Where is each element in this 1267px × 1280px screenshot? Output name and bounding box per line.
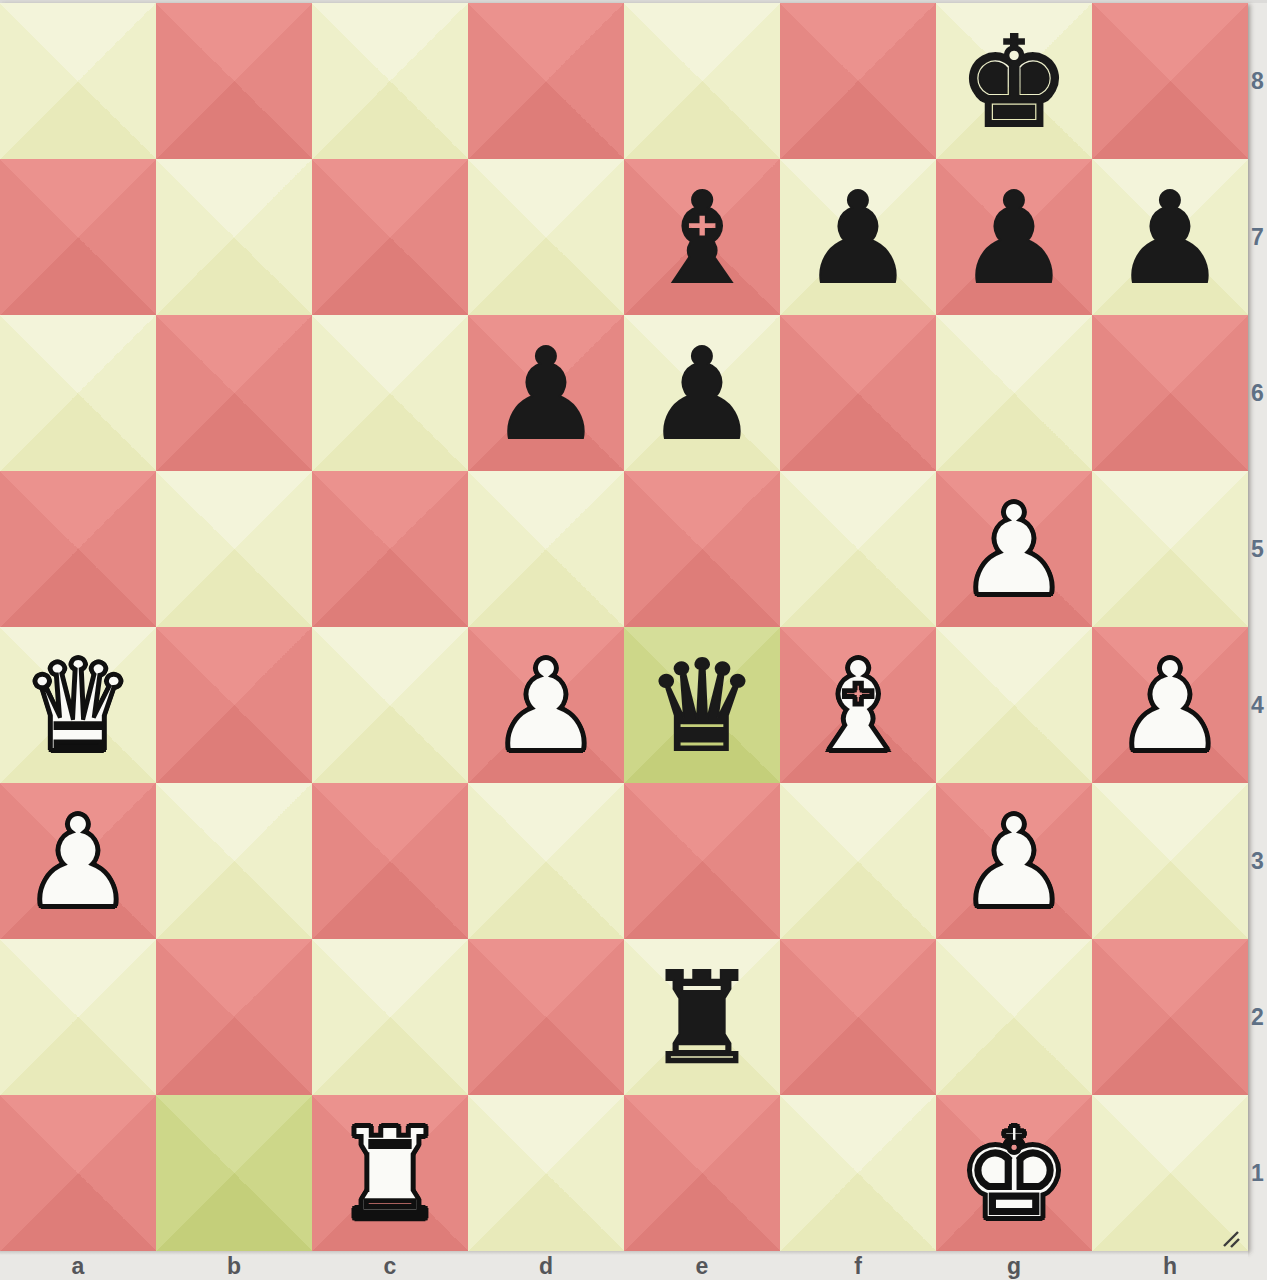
- square-g4[interactable]: [936, 627, 1092, 783]
- file-label-c: c: [312, 1251, 468, 1280]
- rank-label-2: 2: [1248, 939, 1267, 1095]
- square-h5[interactable]: [1092, 471, 1248, 627]
- square-f7[interactable]: ♟: [780, 159, 936, 315]
- square-a4[interactable]: ♛: [0, 627, 156, 783]
- square-e5[interactable]: [624, 471, 780, 627]
- file-coordinates: abcdefgh: [0, 1251, 1248, 1280]
- piece-white-pawn[interactable]: ♟: [958, 800, 1071, 926]
- square-d6[interactable]: ♟: [468, 315, 624, 471]
- square-h6[interactable]: [1092, 315, 1248, 471]
- square-e6[interactable]: ♟: [624, 315, 780, 471]
- file-label-d: d: [468, 1251, 624, 1280]
- square-g5[interactable]: ♟: [936, 471, 1092, 627]
- rank-coordinates: 87654321: [1248, 3, 1267, 1251]
- square-f5[interactable]: [780, 471, 936, 627]
- square-a2[interactable]: [0, 939, 156, 1095]
- square-g1[interactable]: ♚: [936, 1095, 1092, 1251]
- square-e2[interactable]: ♜: [624, 939, 780, 1095]
- square-e3[interactable]: [624, 783, 780, 939]
- square-e8[interactable]: [624, 3, 780, 159]
- square-a8[interactable]: [0, 3, 156, 159]
- square-d4[interactable]: ♟: [468, 627, 624, 783]
- square-f3[interactable]: [780, 783, 936, 939]
- rank-label-8: 8: [1248, 3, 1267, 159]
- piece-white-rook[interactable]: ♜: [334, 1112, 447, 1238]
- square-b8[interactable]: [156, 3, 312, 159]
- chess-board: ♚♝♟♟♟♟♟♟♛♟♛♝♟♟♟♜♜♚: [0, 3, 1248, 1251]
- square-d1[interactable]: [468, 1095, 624, 1251]
- piece-white-pawn[interactable]: ♟: [490, 644, 603, 770]
- square-d2[interactable]: [468, 939, 624, 1095]
- square-a7[interactable]: [0, 159, 156, 315]
- rank-label-6: 6: [1248, 315, 1267, 471]
- square-c7[interactable]: [312, 159, 468, 315]
- square-b3[interactable]: [156, 783, 312, 939]
- square-f6[interactable]: [780, 315, 936, 471]
- square-d3[interactable]: [468, 783, 624, 939]
- piece-white-pawn[interactable]: ♟: [958, 488, 1071, 614]
- piece-black-queen[interactable]: ♛: [646, 644, 759, 770]
- file-label-b: b: [156, 1251, 312, 1280]
- square-c3[interactable]: [312, 783, 468, 939]
- piece-white-king[interactable]: ♚: [958, 1112, 1071, 1238]
- piece-black-pawn[interactable]: ♟: [646, 332, 759, 458]
- square-h2[interactable]: [1092, 939, 1248, 1095]
- file-label-g: g: [936, 1251, 1092, 1280]
- square-a5[interactable]: [0, 471, 156, 627]
- rank-label-4: 4: [1248, 627, 1267, 783]
- square-b1[interactable]: [156, 1095, 312, 1251]
- square-f1[interactable]: [780, 1095, 936, 1251]
- square-a3[interactable]: ♟: [0, 783, 156, 939]
- square-g7[interactable]: ♟: [936, 159, 1092, 315]
- square-c5[interactable]: [312, 471, 468, 627]
- square-e1[interactable]: [624, 1095, 780, 1251]
- rank-label-1: 1: [1248, 1095, 1267, 1251]
- square-g3[interactable]: ♟: [936, 783, 1092, 939]
- square-a1[interactable]: [0, 1095, 156, 1251]
- piece-black-pawn[interactable]: ♟: [958, 176, 1071, 302]
- square-c4[interactable]: [312, 627, 468, 783]
- piece-white-bishop[interactable]: ♝: [802, 644, 915, 770]
- square-g6[interactable]: [936, 315, 1092, 471]
- piece-white-pawn[interactable]: ♟: [22, 800, 135, 926]
- square-f2[interactable]: [780, 939, 936, 1095]
- square-e4[interactable]: ♛: [624, 627, 780, 783]
- square-d5[interactable]: [468, 471, 624, 627]
- square-h8[interactable]: [1092, 3, 1248, 159]
- square-b2[interactable]: [156, 939, 312, 1095]
- square-f4[interactable]: ♝: [780, 627, 936, 783]
- square-d7[interactable]: [468, 159, 624, 315]
- square-b4[interactable]: [156, 627, 312, 783]
- piece-black-king[interactable]: ♚: [958, 20, 1071, 146]
- square-a6[interactable]: [0, 315, 156, 471]
- square-h4[interactable]: ♟: [1092, 627, 1248, 783]
- piece-black-bishop[interactable]: ♝: [646, 176, 759, 302]
- piece-black-pawn[interactable]: ♟: [802, 176, 915, 302]
- square-b6[interactable]: [156, 315, 312, 471]
- file-label-a: a: [0, 1251, 156, 1280]
- file-label-f: f: [780, 1251, 936, 1280]
- piece-black-pawn[interactable]: ♟: [490, 332, 603, 458]
- square-g8[interactable]: ♚: [936, 3, 1092, 159]
- square-c8[interactable]: [312, 3, 468, 159]
- square-b5[interactable]: [156, 471, 312, 627]
- chess-app: ♚♝♟♟♟♟♟♟♛♟♛♝♟♟♟♜♜♚ 87654321 abcdefgh: [0, 0, 1267, 1280]
- piece-black-rook[interactable]: ♜: [646, 956, 759, 1082]
- square-f8[interactable]: [780, 3, 936, 159]
- square-h3[interactable]: [1092, 783, 1248, 939]
- rank-label-3: 3: [1248, 783, 1267, 939]
- file-label-e: e: [624, 1251, 780, 1280]
- piece-black-pawn[interactable]: ♟: [1114, 176, 1227, 302]
- square-h7[interactable]: ♟: [1092, 159, 1248, 315]
- square-h1[interactable]: [1092, 1095, 1248, 1251]
- resize-grip-icon[interactable]: [1221, 1229, 1245, 1249]
- square-b7[interactable]: [156, 159, 312, 315]
- rank-label-5: 5: [1248, 471, 1267, 627]
- square-e7[interactable]: ♝: [624, 159, 780, 315]
- square-c1[interactable]: ♜: [312, 1095, 468, 1251]
- piece-white-pawn[interactable]: ♟: [1114, 644, 1227, 770]
- square-d8[interactable]: [468, 3, 624, 159]
- square-c6[interactable]: [312, 315, 468, 471]
- rank-label-7: 7: [1248, 159, 1267, 315]
- square-g2[interactable]: [936, 939, 1092, 1095]
- file-label-h: h: [1092, 1251, 1248, 1280]
- square-c2[interactable]: [312, 939, 468, 1095]
- piece-white-queen[interactable]: ♛: [22, 644, 135, 770]
